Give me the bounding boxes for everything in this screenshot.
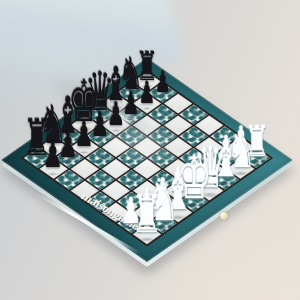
brand-badge-dot (220, 212, 228, 220)
chess-set-photo: maisongames ♜♞♝♛♚♝♞♜♟♟♟♟♟♟♟♟♟♟♟♟♟♟♟♟♜♞♝♛… (0, 0, 300, 300)
